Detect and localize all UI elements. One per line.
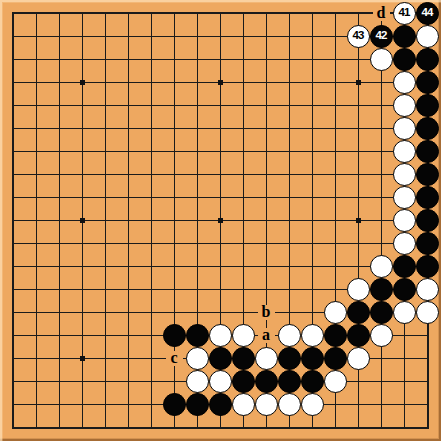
grid-hline — [13, 266, 428, 267]
stone-white — [232, 393, 255, 416]
stone-black — [163, 393, 186, 416]
stone-white-move-41: 41 — [393, 2, 416, 25]
stone-black — [416, 232, 439, 255]
stone-black — [324, 347, 347, 370]
stone-white — [393, 117, 416, 140]
stone-white — [186, 370, 209, 393]
stone-white — [278, 393, 301, 416]
stone-white — [416, 301, 439, 324]
stone-white — [278, 324, 301, 347]
stone-white — [416, 278, 439, 301]
stone-white — [232, 324, 255, 347]
stone-black — [416, 255, 439, 278]
stone-white — [324, 301, 347, 324]
stone-black — [232, 370, 255, 393]
star-point — [80, 356, 85, 361]
grid-hline — [13, 243, 428, 244]
point-label-b: b — [258, 305, 275, 320]
stone-black — [416, 209, 439, 232]
stone-white — [186, 347, 209, 370]
star-point — [356, 218, 361, 223]
stone-white — [393, 163, 416, 186]
stone-black — [324, 324, 347, 347]
stone-white — [370, 255, 393, 278]
stone-black — [416, 94, 439, 117]
stone-white — [301, 324, 324, 347]
stone-black-move-44: 44 — [416, 2, 439, 25]
stone-white — [393, 71, 416, 94]
stone-black — [370, 301, 393, 324]
stone-black — [301, 370, 324, 393]
stone-white — [393, 94, 416, 117]
star-point — [218, 218, 223, 223]
stone-black — [416, 186, 439, 209]
stone-white — [416, 25, 439, 48]
stone-white-move-43: 43 — [347, 25, 370, 48]
stone-black — [209, 393, 232, 416]
star-point — [218, 80, 223, 85]
stone-white — [301, 393, 324, 416]
stone-black — [163, 324, 186, 347]
stone-black — [232, 347, 255, 370]
stone-white — [370, 48, 393, 71]
stone-black — [416, 163, 439, 186]
stone-black — [255, 370, 278, 393]
stone-black — [393, 25, 416, 48]
stone-black-move-42: 42 — [370, 25, 393, 48]
stone-black — [370, 278, 393, 301]
stone-black — [209, 347, 232, 370]
go-diagram: dbac41434442 — [0, 0, 441, 441]
stone-white — [347, 347, 370, 370]
stone-black — [347, 324, 370, 347]
stone-white — [209, 370, 232, 393]
star-point — [80, 80, 85, 85]
stone-black — [301, 347, 324, 370]
stone-black — [347, 301, 370, 324]
point-label-c: c — [166, 351, 183, 366]
stone-white — [393, 232, 416, 255]
stone-white — [393, 140, 416, 163]
go-board: dbac41434442 — [0, 0, 441, 441]
stone-black — [416, 48, 439, 71]
stone-white — [393, 209, 416, 232]
stone-black — [416, 140, 439, 163]
stone-black — [393, 278, 416, 301]
stone-black — [393, 255, 416, 278]
stone-black — [416, 71, 439, 94]
stone-white — [255, 393, 278, 416]
point-label-d: d — [373, 6, 390, 21]
stone-white — [393, 301, 416, 324]
stone-black — [393, 48, 416, 71]
stone-black — [416, 117, 439, 140]
grid-vline — [381, 13, 382, 428]
stone-white — [347, 278, 370, 301]
star-point — [80, 218, 85, 223]
stone-black — [186, 393, 209, 416]
stone-white — [324, 370, 347, 393]
stone-white — [370, 324, 393, 347]
stone-white — [209, 324, 232, 347]
stone-black — [278, 370, 301, 393]
stone-black — [186, 324, 209, 347]
stone-white — [255, 347, 278, 370]
star-point — [356, 80, 361, 85]
stone-black — [278, 347, 301, 370]
stone-white — [393, 186, 416, 209]
point-label-a: a — [258, 328, 275, 343]
